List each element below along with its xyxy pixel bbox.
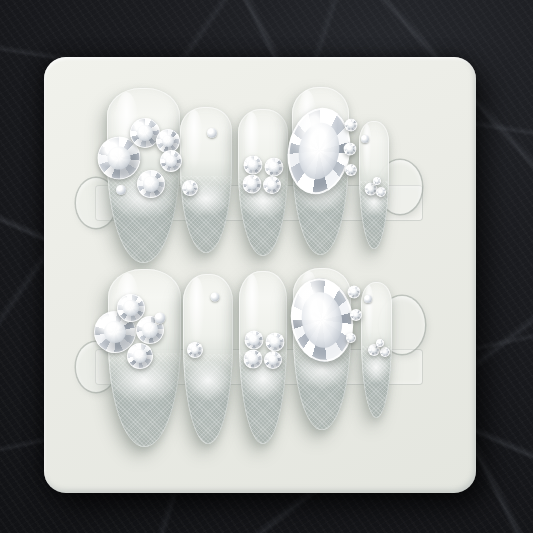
rhinestone-round [344, 143, 357, 156]
rhinestone-round [137, 170, 165, 198]
rhinestone-round [345, 119, 358, 132]
rhinestone-round [160, 150, 182, 172]
rhinestone-round [376, 187, 386, 197]
rhinestone-round [243, 175, 262, 194]
rhinestone-round [373, 177, 381, 185]
rhinestone-round [376, 339, 384, 347]
rhinestone-round [380, 347, 390, 357]
rhinestone-round [264, 351, 282, 369]
rhinestone-round [265, 158, 284, 177]
rhinestone-stud [361, 135, 369, 143]
rhinestone-round [348, 286, 361, 299]
rhinestone-round [266, 333, 285, 352]
rhinestone-stud [155, 313, 166, 324]
rhinestone-round [263, 176, 281, 194]
rhinestone-round [245, 331, 264, 350]
rhinestone-stud [364, 295, 372, 303]
rhinestone-stud [211, 293, 220, 302]
photo-stage [0, 0, 533, 533]
rhinestone-round [345, 164, 357, 176]
rhinestone-round [187, 342, 203, 358]
rhinestone-round [127, 343, 153, 369]
rhinestone-round [244, 156, 263, 175]
gem-layer [0, 0, 533, 533]
rhinestone-stud [207, 128, 217, 138]
rhinestone-round [346, 333, 356, 343]
rhinestone-round [350, 309, 362, 321]
rhinestone-stud [116, 185, 126, 195]
rhinestone-round [244, 350, 263, 369]
rhinestone-round [182, 180, 198, 196]
